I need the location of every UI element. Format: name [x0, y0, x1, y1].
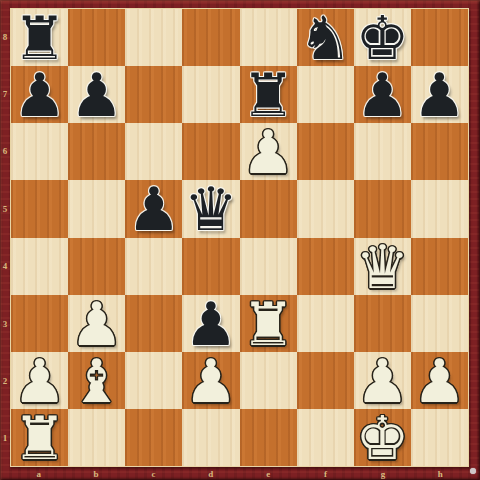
piece-white-king[interactable]: ♚	[355, 410, 409, 466]
rank-label-8: 8	[0, 8, 10, 65]
square-b1[interactable]	[68, 409, 125, 466]
piece-white-pawn[interactable]: ♟	[70, 296, 124, 352]
square-c7[interactable]	[125, 66, 182, 123]
square-c4[interactable]	[125, 238, 182, 295]
square-b7[interactable]: ♟	[68, 66, 125, 123]
square-c3[interactable]	[125, 295, 182, 352]
square-a2[interactable]: ♟	[11, 352, 68, 409]
square-a4[interactable]	[11, 238, 68, 295]
square-h4[interactable]	[411, 238, 468, 295]
square-e8[interactable]	[240, 9, 297, 66]
rank-labels: 87654321	[0, 8, 10, 467]
square-b8[interactable]	[68, 9, 125, 66]
chess-board: ♜♞♚♟♟♜♟♟♟♟♛♛♟♟♜♟♝♟♟♟♜♚	[10, 8, 469, 467]
square-a5[interactable]	[11, 180, 68, 237]
square-c5[interactable]: ♟	[125, 180, 182, 237]
rank-label-6: 6	[0, 123, 10, 180]
square-g5[interactable]	[354, 180, 411, 237]
piece-white-rook[interactable]: ♜	[13, 410, 67, 466]
square-c8[interactable]	[125, 9, 182, 66]
piece-black-rook[interactable]: ♜	[241, 67, 295, 123]
square-f1[interactable]	[297, 409, 354, 466]
square-h7[interactable]: ♟	[411, 66, 468, 123]
square-h5[interactable]	[411, 180, 468, 237]
square-h2[interactable]: ♟	[411, 352, 468, 409]
rank-label-3: 3	[0, 295, 10, 352]
square-g2[interactable]: ♟	[354, 352, 411, 409]
square-d8[interactable]	[182, 9, 239, 66]
square-e2[interactable]	[240, 352, 297, 409]
piece-black-knight[interactable]: ♞	[298, 10, 352, 66]
file-label-d: d	[182, 467, 239, 480]
square-f6[interactable]	[297, 123, 354, 180]
square-e3[interactable]: ♜	[240, 295, 297, 352]
square-e5[interactable]	[240, 180, 297, 237]
square-d5[interactable]: ♛	[182, 180, 239, 237]
square-g6[interactable]	[354, 123, 411, 180]
square-f4[interactable]	[297, 238, 354, 295]
square-a7[interactable]: ♟	[11, 66, 68, 123]
piece-black-king[interactable]: ♚	[355, 10, 409, 66]
square-d7[interactable]	[182, 66, 239, 123]
piece-white-bishop[interactable]: ♝	[70, 353, 124, 409]
square-e7[interactable]: ♜	[240, 66, 297, 123]
square-e6[interactable]: ♟	[240, 123, 297, 180]
square-f2[interactable]	[297, 352, 354, 409]
piece-white-pawn[interactable]: ♟	[184, 353, 238, 409]
piece-white-pawn[interactable]: ♟	[413, 353, 467, 409]
piece-black-pawn[interactable]: ♟	[413, 67, 467, 123]
piece-black-pawn[interactable]: ♟	[70, 67, 124, 123]
square-g1[interactable]: ♚	[354, 409, 411, 466]
square-h6[interactable]	[411, 123, 468, 180]
square-b6[interactable]	[68, 123, 125, 180]
square-d4[interactable]	[182, 238, 239, 295]
piece-black-rook[interactable]: ♜	[13, 10, 67, 66]
square-h3[interactable]	[411, 295, 468, 352]
square-f3[interactable]	[297, 295, 354, 352]
corner-dot	[470, 468, 476, 474]
piece-black-pawn[interactable]: ♟	[184, 296, 238, 352]
piece-white-queen[interactable]: ♛	[355, 239, 409, 295]
rank-label-4: 4	[0, 238, 10, 295]
square-a6[interactable]	[11, 123, 68, 180]
file-label-e: e	[240, 467, 297, 480]
square-a1[interactable]: ♜	[11, 409, 68, 466]
file-label-a: a	[10, 467, 67, 480]
square-e4[interactable]	[240, 238, 297, 295]
square-d1[interactable]	[182, 409, 239, 466]
piece-white-pawn[interactable]: ♟	[13, 353, 67, 409]
square-b3[interactable]: ♟	[68, 295, 125, 352]
square-f8[interactable]: ♞	[297, 9, 354, 66]
square-f7[interactable]	[297, 66, 354, 123]
square-d2[interactable]: ♟	[182, 352, 239, 409]
rank-label-2: 2	[0, 352, 10, 409]
square-f5[interactable]	[297, 180, 354, 237]
board-frame: ♜♞♚♟♟♜♟♟♟♟♛♛♟♟♜♟♝♟♟♟♜♚ 87654321 abcdefgh	[0, 0, 480, 480]
file-label-h: h	[412, 467, 469, 480]
square-c6[interactable]	[125, 123, 182, 180]
square-a3[interactable]	[11, 295, 68, 352]
square-a8[interactable]: ♜	[11, 9, 68, 66]
file-labels: abcdefgh	[10, 467, 469, 480]
square-g8[interactable]: ♚	[354, 9, 411, 66]
rank-label-1: 1	[0, 410, 10, 467]
square-b4[interactable]	[68, 238, 125, 295]
file-label-b: b	[67, 467, 124, 480]
piece-black-pawn[interactable]: ♟	[127, 181, 181, 237]
square-b2[interactable]: ♝	[68, 352, 125, 409]
file-label-f: f	[297, 467, 354, 480]
square-e1[interactable]	[240, 409, 297, 466]
rank-label-7: 7	[0, 65, 10, 122]
piece-black-pawn[interactable]: ♟	[13, 67, 67, 123]
piece-white-pawn[interactable]: ♟	[241, 124, 295, 180]
square-g7[interactable]: ♟	[354, 66, 411, 123]
square-b5[interactable]	[68, 180, 125, 237]
file-label-g: g	[354, 467, 411, 480]
square-d3[interactable]: ♟	[182, 295, 239, 352]
piece-black-queen[interactable]: ♛	[184, 181, 238, 237]
square-g4[interactable]: ♛	[354, 238, 411, 295]
piece-white-pawn[interactable]: ♟	[355, 353, 409, 409]
file-label-c: c	[125, 467, 182, 480]
rank-label-5: 5	[0, 180, 10, 237]
square-c1[interactable]	[125, 409, 182, 466]
square-h8[interactable]	[411, 9, 468, 66]
square-d6[interactable]	[182, 123, 239, 180]
square-c2[interactable]	[125, 352, 182, 409]
piece-black-pawn[interactable]: ♟	[355, 67, 409, 123]
square-h1[interactable]	[411, 409, 468, 466]
piece-white-rook[interactable]: ♜	[241, 296, 295, 352]
square-g3[interactable]	[354, 295, 411, 352]
